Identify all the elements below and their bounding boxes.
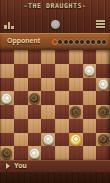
board-square[interactable] — [28, 146, 42, 160]
board-square[interactable] — [14, 146, 28, 160]
board-square[interactable] — [14, 50, 28, 64]
turn-indicator-icon — [6, 163, 10, 169]
app-frame: -THE DRAUGHTS- Opponent You — [0, 0, 110, 183]
opponent-label: Opponent — [7, 37, 40, 44]
board-square[interactable] — [83, 133, 97, 147]
capture-dot — [101, 39, 107, 45]
board-square[interactable] — [0, 146, 14, 160]
white-piece[interactable] — [1, 93, 12, 104]
draughts-board — [0, 50, 110, 160]
board-square[interactable] — [0, 119, 14, 133]
board-square[interactable] — [41, 78, 55, 92]
toolbar — [0, 18, 110, 31]
black-piece[interactable] — [29, 93, 40, 104]
app-title: -THE DRAUGHTS- — [0, 2, 110, 10]
board-square[interactable] — [14, 91, 28, 105]
black-piece[interactable] — [98, 106, 109, 117]
board-square[interactable] — [0, 133, 14, 147]
board-square[interactable] — [55, 64, 69, 78]
board-square[interactable] — [28, 133, 42, 147]
board-square[interactable] — [69, 50, 83, 64]
top-bar: -THE DRAUGHTS- — [0, 0, 110, 33]
board-square[interactable] — [55, 119, 69, 133]
board-square[interactable] — [69, 105, 83, 119]
board-square[interactable] — [0, 91, 14, 105]
board-square[interactable] — [28, 78, 42, 92]
board-square[interactable] — [28, 119, 42, 133]
board-square[interactable] — [41, 146, 55, 160]
board-square[interactable] — [41, 133, 55, 147]
board-square[interactable] — [96, 133, 110, 147]
timer-disc-icon[interactable] — [51, 20, 60, 29]
white-piece-highlighted[interactable] — [70, 134, 81, 145]
bottom-wood-strip — [0, 172, 110, 183]
board-square[interactable] — [41, 119, 55, 133]
board-square[interactable] — [83, 64, 97, 78]
board-square[interactable] — [41, 105, 55, 119]
board-square[interactable] — [69, 119, 83, 133]
black-piece[interactable] — [98, 134, 109, 145]
board-square[interactable] — [69, 64, 83, 78]
board-square[interactable] — [55, 105, 69, 119]
board-square[interactable] — [69, 91, 83, 105]
board-square[interactable] — [96, 78, 110, 92]
board-square[interactable] — [96, 64, 110, 78]
board-square[interactable] — [96, 146, 110, 160]
board-square[interactable] — [83, 146, 97, 160]
board-square[interactable] — [14, 133, 28, 147]
board-square[interactable] — [28, 105, 42, 119]
board-square[interactable] — [83, 91, 97, 105]
player-bar: You — [0, 160, 110, 172]
board-square[interactable] — [41, 91, 55, 105]
black-piece[interactable] — [1, 148, 12, 159]
white-piece[interactable] — [84, 65, 95, 76]
board-square[interactable] — [83, 119, 97, 133]
board-square[interactable] — [28, 64, 42, 78]
board-square[interactable] — [83, 78, 97, 92]
board-square[interactable] — [28, 50, 42, 64]
board-square[interactable] — [69, 78, 83, 92]
board-square[interactable] — [0, 64, 14, 78]
board-square[interactable] — [14, 78, 28, 92]
board-square[interactable] — [0, 105, 14, 119]
board-square[interactable] — [55, 133, 69, 147]
board-square[interactable] — [41, 64, 55, 78]
board-square[interactable] — [55, 91, 69, 105]
board-square[interactable] — [96, 119, 110, 133]
board-square[interactable] — [55, 50, 69, 64]
board-square[interactable] — [69, 146, 83, 160]
opponent-bar: Opponent — [0, 33, 110, 50]
board-square[interactable] — [0, 78, 14, 92]
white-piece[interactable] — [98, 79, 109, 90]
board-square[interactable] — [28, 91, 42, 105]
board-square[interactable] — [96, 105, 110, 119]
board-square[interactable] — [55, 78, 69, 92]
white-piece[interactable] — [29, 148, 40, 159]
white-piece[interactable] — [43, 134, 54, 145]
black-piece[interactable] — [70, 106, 81, 117]
board-square[interactable] — [55, 146, 69, 160]
board-square[interactable] — [96, 50, 110, 64]
board-square[interactable] — [41, 50, 55, 64]
board-square[interactable] — [14, 64, 28, 78]
board-square[interactable] — [69, 133, 83, 147]
capture-dots — [52, 39, 107, 45]
board-square[interactable] — [83, 105, 97, 119]
board-square[interactable] — [14, 105, 28, 119]
board-square[interactable] — [83, 50, 97, 64]
leaderboard-icon[interactable] — [4, 21, 14, 29]
board-square[interactable] — [14, 119, 28, 133]
menu-icon[interactable] — [96, 20, 105, 29]
player-label: You — [14, 162, 27, 169]
board-square[interactable] — [96, 91, 110, 105]
board-square[interactable] — [0, 50, 14, 64]
